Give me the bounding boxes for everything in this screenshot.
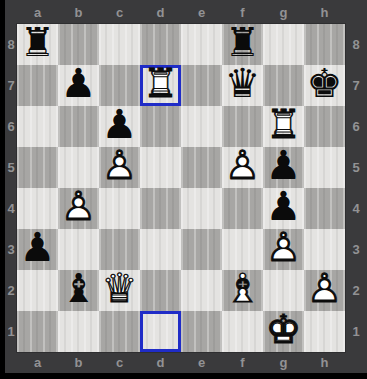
square-h6[interactable] <box>304 106 345 147</box>
file-label-f: f <box>222 352 263 373</box>
square-g3[interactable] <box>263 229 304 270</box>
square-d2[interactable] <box>140 270 181 311</box>
square-h1[interactable] <box>304 311 345 352</box>
square-c1[interactable] <box>99 311 140 352</box>
square-g7[interactable] <box>263 65 304 106</box>
black-rook[interactable] <box>17 24 58 65</box>
square-h8[interactable] <box>304 24 345 65</box>
file-label-h: h <box>304 352 345 373</box>
file-label-g: g <box>263 0 304 24</box>
rank-label-5: 5 <box>5 147 17 188</box>
white-pawn[interactable] <box>99 147 140 188</box>
rank-label-3: 3 <box>345 229 367 270</box>
square-f1[interactable] <box>222 311 263 352</box>
square-g6[interactable] <box>263 106 304 147</box>
square-c6[interactable] <box>99 106 140 147</box>
square-a5[interactable] <box>17 147 58 188</box>
file-label-h: h <box>304 0 345 24</box>
black-pawn[interactable] <box>58 65 99 106</box>
square-d8[interactable] <box>140 24 181 65</box>
square-g4[interactable] <box>263 188 304 229</box>
file-label-b: b <box>58 0 99 24</box>
square-b8[interactable] <box>58 24 99 65</box>
square-f3[interactable] <box>222 229 263 270</box>
black-queen[interactable] <box>222 65 263 106</box>
square-a8[interactable] <box>17 24 58 65</box>
white-pawn[interactable] <box>58 188 99 229</box>
square-e6[interactable] <box>181 106 222 147</box>
square-d5[interactable] <box>140 147 181 188</box>
rank-labels-right: 87654321 <box>345 24 367 352</box>
black-pawn[interactable] <box>17 229 58 270</box>
square-g1[interactable] <box>263 311 304 352</box>
file-label-d: d <box>140 0 181 24</box>
square-a2[interactable] <box>17 270 58 311</box>
square-h5[interactable] <box>304 147 345 188</box>
white-queen[interactable] <box>99 270 140 311</box>
square-a4[interactable] <box>17 188 58 229</box>
square-e4[interactable] <box>181 188 222 229</box>
file-labels-bottom: abcdefgh <box>17 352 345 373</box>
file-label-e: e <box>181 0 222 24</box>
square-c2[interactable] <box>99 270 140 311</box>
square-e1[interactable] <box>181 311 222 352</box>
white-bishop[interactable] <box>222 270 263 311</box>
square-g5[interactable] <box>263 147 304 188</box>
square-f4[interactable] <box>222 188 263 229</box>
square-d3[interactable] <box>140 229 181 270</box>
square-f5[interactable] <box>222 147 263 188</box>
square-g8[interactable] <box>263 24 304 65</box>
black-pawn[interactable] <box>263 147 304 188</box>
file-label-e: e <box>181 352 222 373</box>
white-king[interactable] <box>263 311 304 352</box>
square-c3[interactable] <box>99 229 140 270</box>
rank-label-7: 7 <box>5 65 17 106</box>
chess-app-window: abcdefgh abcdefgh 87654321 87654321 <box>0 0 367 379</box>
file-label-c: c <box>99 0 140 24</box>
square-h7[interactable] <box>304 65 345 106</box>
rank-label-8: 8 <box>5 24 17 65</box>
square-a6[interactable] <box>17 106 58 147</box>
black-rook[interactable] <box>222 24 263 65</box>
rank-label-1: 1 <box>5 311 17 352</box>
rank-label-4: 4 <box>5 188 17 229</box>
white-pawn[interactable] <box>263 229 304 270</box>
file-label-c: c <box>99 352 140 373</box>
square-b7[interactable] <box>58 65 99 106</box>
square-a7[interactable] <box>17 65 58 106</box>
square-f8[interactable] <box>222 24 263 65</box>
square-a3[interactable] <box>17 229 58 270</box>
square-d1[interactable] <box>140 311 181 352</box>
rank-label-1: 1 <box>345 311 367 352</box>
square-f2[interactable] <box>222 270 263 311</box>
square-d4[interactable] <box>140 188 181 229</box>
square-c4[interactable] <box>99 188 140 229</box>
rank-label-6: 6 <box>5 106 17 147</box>
square-d6[interactable] <box>140 106 181 147</box>
square-e3[interactable] <box>181 229 222 270</box>
rank-label-7: 7 <box>345 65 367 106</box>
rank-label-8: 8 <box>345 24 367 65</box>
rank-label-3: 3 <box>5 229 17 270</box>
rank-label-2: 2 <box>345 270 367 311</box>
black-pawn[interactable] <box>263 188 304 229</box>
rank-label-2: 2 <box>5 270 17 311</box>
square-b5[interactable] <box>58 147 99 188</box>
file-label-a: a <box>17 352 58 373</box>
rank-label-5: 5 <box>345 147 367 188</box>
white-rook[interactable] <box>140 65 181 106</box>
square-f6[interactable] <box>222 106 263 147</box>
board-frame: abcdefgh abcdefgh 87654321 87654321 <box>5 0 367 373</box>
square-e5[interactable] <box>181 147 222 188</box>
white-pawn[interactable] <box>222 147 263 188</box>
black-pawn[interactable] <box>99 106 140 147</box>
file-labels-top: abcdefgh <box>17 0 345 24</box>
square-f7[interactable] <box>222 65 263 106</box>
square-d7[interactable] <box>140 65 181 106</box>
white-rook[interactable] <box>263 106 304 147</box>
square-h2[interactable] <box>304 270 345 311</box>
square-h4[interactable] <box>304 188 345 229</box>
square-c7[interactable] <box>99 65 140 106</box>
file-label-g: g <box>263 352 304 373</box>
rank-labels-left: 87654321 <box>5 24 17 352</box>
black-bishop[interactable] <box>58 270 99 311</box>
chess-board <box>17 24 345 352</box>
square-c5[interactable] <box>99 147 140 188</box>
square-b1[interactable] <box>58 311 99 352</box>
square-c8[interactable] <box>99 24 140 65</box>
rank-label-6: 6 <box>345 106 367 147</box>
square-a1[interactable] <box>17 311 58 352</box>
square-b6[interactable] <box>58 106 99 147</box>
square-g2[interactable] <box>263 270 304 311</box>
square-b4[interactable] <box>58 188 99 229</box>
square-h3[interactable] <box>304 229 345 270</box>
square-e7[interactable] <box>181 65 222 106</box>
white-pawn[interactable] <box>304 270 345 311</box>
black-king[interactable] <box>304 65 345 106</box>
square-e8[interactable] <box>181 24 222 65</box>
rank-label-4: 4 <box>345 188 367 229</box>
square-b3[interactable] <box>58 229 99 270</box>
square-b2[interactable] <box>58 270 99 311</box>
file-label-b: b <box>58 352 99 373</box>
square-e2[interactable] <box>181 270 222 311</box>
file-label-d: d <box>140 352 181 373</box>
